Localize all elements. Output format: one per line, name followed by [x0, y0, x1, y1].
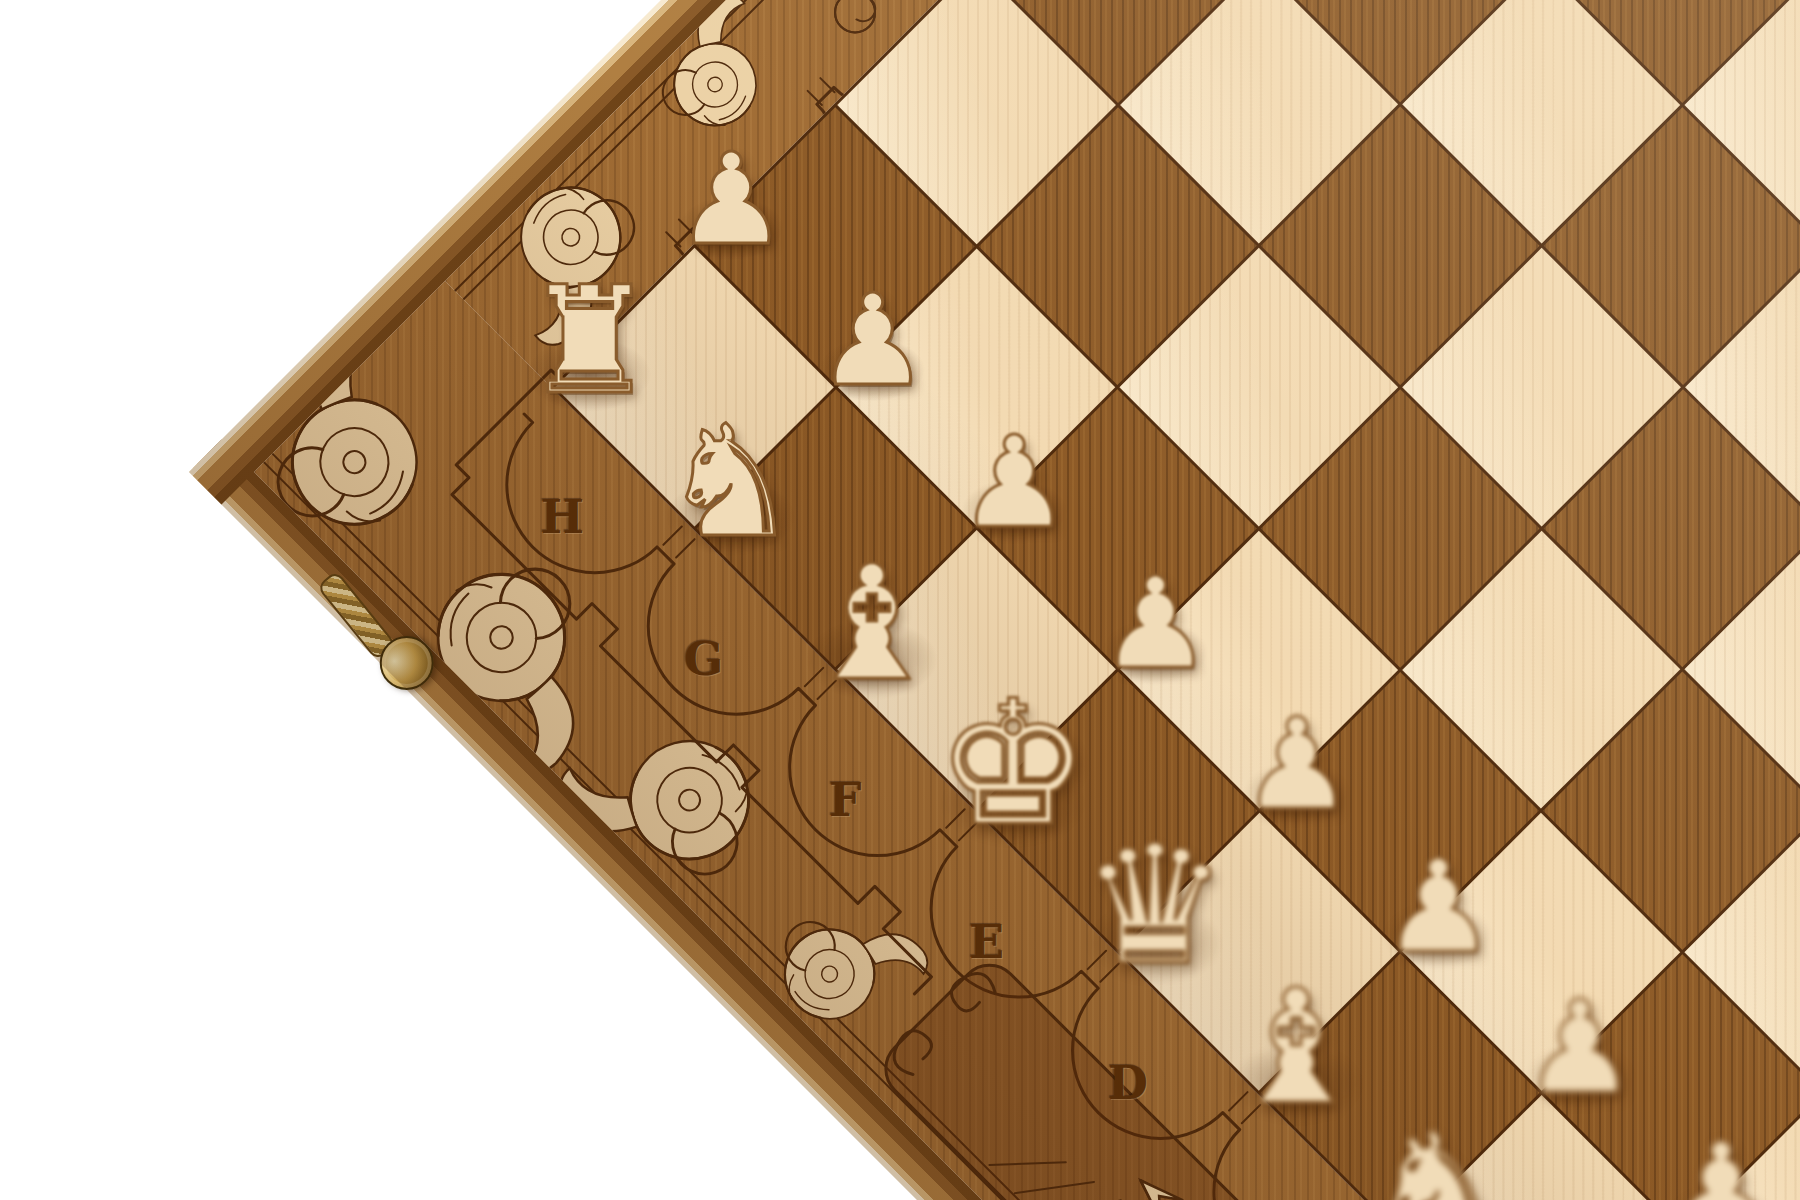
piece-white-queen-d1[interactable]: ♛: [1081, 824, 1228, 988]
piece-white-pawn-h2[interactable]: ♟: [675, 137, 788, 263]
piece-white-pawn-f2[interactable]: ♟: [958, 420, 1071, 546]
piece-white-pawn-c2[interactable]: ♟: [1381, 843, 1496, 971]
piece-white-pawn-e2[interactable]: ♟: [1099, 561, 1212, 687]
piece-white-king-e1[interactable]: ♚: [936, 678, 1090, 850]
piece-white-knight-b1[interactable]: ♞: [1369, 1112, 1507, 1200]
file-label-e: E: [969, 915, 1004, 969]
piece-white-pawn-g2[interactable]: ♟: [816, 278, 929, 404]
file-label-h: H: [541, 490, 584, 544]
piece-white-rook-h1[interactable]: ♜: [523, 267, 656, 415]
photo-scene: H G F E D C B A: [0, 0, 1800, 1200]
file-label-d: D: [1108, 1056, 1148, 1110]
piece-white-pawn-a2[interactable]: ♟: [1664, 1126, 1779, 1200]
file-label-f: F: [829, 773, 862, 827]
file-label-g: G: [684, 632, 723, 686]
piece-white-knight-g1[interactable]: ♞: [661, 405, 799, 559]
piece-white-bishop-f1[interactable]: ♝: [801, 544, 943, 702]
chess-board: H G F E D C B A: [254, 0, 1800, 1200]
piece-white-pawn-b2[interactable]: ♟: [1522, 984, 1637, 1112]
piece-white-pawn-d2[interactable]: ♟: [1240, 702, 1353, 828]
piece-white-bishop-c1[interactable]: ♝: [1225, 968, 1367, 1126]
